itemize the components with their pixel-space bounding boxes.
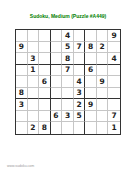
cell-r2c7: 8 [85,42,97,54]
cell-r4c8 [97,65,109,77]
cell-r1c8 [97,30,109,42]
cell-r8c1 [16,111,28,123]
cell-r7c5 [62,99,74,111]
cell-r6c1: 8 [16,88,28,100]
cell-r3c9: 4 [108,53,120,65]
cell-r9c4 [51,122,63,134]
cell-r3c4 [51,53,63,65]
cell-r3c8 [97,53,109,65]
cell-r9c6 [74,122,86,134]
cell-r5c6: 4 [74,76,86,88]
cell-r4c7: 6 [85,65,97,77]
cell-r1c6 [74,30,86,42]
cell-r2c5: 5 [62,42,74,54]
cell-r1c7 [85,30,97,42]
cell-r5c4 [51,76,63,88]
cell-r9c1 [16,122,28,134]
sudoku-board: 4995782384176649833296357281 [15,29,121,135]
cell-r5c5 [62,76,74,88]
cell-r9c2: 2 [28,122,40,134]
page-title: Sudoku, Medium (Puzzle #A449) [0,13,136,19]
cell-r3c5: 8 [62,53,74,65]
cell-r1c2 [28,30,40,42]
cell-r5c7 [85,76,97,88]
cell-r8c9: 7 [108,111,120,123]
cell-r3c2: 3 [28,53,40,65]
cell-r6c9 [108,88,120,100]
cell-r4c2: 1 [28,65,40,77]
cell-r3c7 [85,53,97,65]
cell-r7c1: 3 [16,99,28,111]
cell-r2c3 [39,42,51,54]
cell-r4c3 [39,65,51,77]
cell-r2c2 [28,42,40,54]
cell-r7c9 [108,99,120,111]
cell-r1c5: 4 [62,30,74,42]
cell-r6c6: 3 [74,88,86,100]
cell-r2c9 [108,42,120,54]
cell-r1c9: 9 [108,30,120,42]
cell-r7c3 [39,99,51,111]
cell-r3c6 [74,53,86,65]
cell-r6c4 [51,88,63,100]
cell-r8c3 [39,111,51,123]
cell-r1c3 [39,30,51,42]
cell-r6c5 [62,88,74,100]
cell-r5c2 [28,76,40,88]
cell-r2c1: 9 [16,42,28,54]
cell-r7c8 [97,99,109,111]
cell-r8c5: 3 [62,111,74,123]
cell-r5c9 [108,76,120,88]
cell-r8c6: 5 [74,111,86,123]
cell-r4c4 [51,65,63,77]
cell-r5c3: 6 [39,76,51,88]
cell-r5c1 [16,76,28,88]
cell-r4c1 [16,65,28,77]
cell-r7c7: 9 [85,99,97,111]
cell-r7c4 [51,99,63,111]
cell-r9c7 [85,122,97,134]
cell-r2c6: 7 [74,42,86,54]
cell-r7c2 [28,99,40,111]
cell-r3c3 [39,53,51,65]
cell-r4c6 [74,65,86,77]
cell-r5c8: 9 [97,76,109,88]
cell-r1c4 [51,30,63,42]
cell-r2c8: 2 [97,42,109,54]
cell-r9c3: 8 [39,122,51,134]
cell-r2c4 [51,42,63,54]
cell-r9c8 [97,122,109,134]
cell-r6c8 [97,88,109,100]
cell-r8c7 [85,111,97,123]
cell-r6c2 [28,88,40,100]
cell-r9c9: 1 [108,122,120,134]
cell-r8c4: 6 [51,111,63,123]
cell-r1c1 [16,30,28,42]
cell-r3c1 [16,53,28,65]
cell-r8c2 [28,111,40,123]
cell-r4c9 [108,65,120,77]
footer-url: www.sudoku.com [7,164,34,168]
cell-r6c3 [39,88,51,100]
cell-r4c5: 7 [62,65,74,77]
cell-r9c5 [62,122,74,134]
cell-r6c7 [85,88,97,100]
cell-r8c8 [97,111,109,123]
cell-r7c6: 2 [74,99,86,111]
